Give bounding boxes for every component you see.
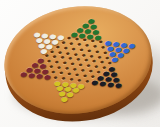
board-hole[interactable]: ● <box>61 41 66 45</box>
board-hole[interactable]: ● <box>91 60 96 64</box>
board-hole[interactable]: ● <box>65 52 70 56</box>
board-hole[interactable]: ● <box>90 40 95 44</box>
board-hole[interactable]: ● <box>72 68 77 72</box>
board-hole[interactable]: ● <box>86 64 91 68</box>
board-hole[interactable]: ● <box>77 43 82 47</box>
board-hole[interactable]: ● <box>78 63 83 67</box>
board-hole[interactable]: ● <box>69 42 74 46</box>
board-hole[interactable]: ● <box>103 51 108 55</box>
board-hole[interactable]: ● <box>75 58 80 62</box>
board: ●●●●●●●●●●●●●●●●●●●●●●●●●●●●●●●●●●●●●●●●… <box>0 0 159 123</box>
board-hole[interactable]: ● <box>62 62 67 66</box>
board-hole[interactable]: ● <box>97 56 102 60</box>
board-hole[interactable]: ● <box>99 61 104 65</box>
board-hole[interactable]: ● <box>74 38 79 42</box>
board-hole[interactable]: ● <box>67 72 72 76</box>
chinese-checkers-photo: ●●●●●●●●●●●●●●●●●●●●●●●●●●●●●●●●●●●●●●●●… <box>0 0 160 127</box>
board-hole[interactable]: ● <box>56 66 61 70</box>
board-hole[interactable]: ● <box>66 37 71 41</box>
board-hole[interactable]: ● <box>100 46 105 50</box>
board-hole[interactable]: ● <box>82 39 87 43</box>
board-hole[interactable]: ● <box>54 61 59 65</box>
board-hole[interactable]: ● <box>59 71 64 75</box>
peg-red[interactable]: ● <box>43 73 52 80</box>
board-hole[interactable]: ● <box>55 46 60 50</box>
peg-black[interactable]: ● <box>114 82 123 89</box>
board-hole[interactable]: ● <box>84 44 89 48</box>
board-hole[interactable]: ● <box>98 40 103 44</box>
board-hole[interactable]: ● <box>63 47 68 51</box>
board-hole[interactable]: ● <box>79 48 84 52</box>
board-hole[interactable]: ● <box>92 45 97 49</box>
board-hole[interactable]: ● <box>68 57 73 61</box>
board-hole[interactable]: ● <box>52 55 57 59</box>
board-hole[interactable]: ● <box>81 54 86 58</box>
board-hole[interactable]: ● <box>70 63 75 67</box>
board-hole[interactable]: ● <box>80 69 85 73</box>
board-hole[interactable]: ● <box>74 73 79 77</box>
board-hole[interactable]: ● <box>82 74 87 78</box>
board-hole[interactable]: ● <box>60 56 65 60</box>
board-hole[interactable]: ● <box>94 65 99 69</box>
peg-yellow[interactable]: ● <box>60 96 69 103</box>
board-hole[interactable]: ● <box>105 56 110 60</box>
board-hole[interactable]: ● <box>88 70 93 74</box>
board-hole[interactable]: ● <box>50 50 55 54</box>
board-hole[interactable]: ● <box>87 49 92 53</box>
board-hole[interactable]: ● <box>89 55 94 59</box>
board-hole[interactable]: ● <box>95 50 100 54</box>
board-hole[interactable]: ● <box>64 67 69 71</box>
board-hole[interactable]: ● <box>71 47 76 51</box>
board-hole[interactable]: ● <box>57 51 62 55</box>
board-hole[interactable]: ● <box>83 59 88 63</box>
board-hole[interactable]: ● <box>73 53 78 57</box>
